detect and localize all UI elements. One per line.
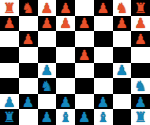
piece-blue-pawn: ♟ [97, 95, 110, 109]
square-b2[interactable]: ♟ [19, 94, 38, 110]
square-f4[interactable] [94, 63, 113, 79]
square-e2[interactable] [75, 94, 94, 110]
square-h8[interactable]: ♜ [131, 0, 150, 16]
square-e8[interactable] [75, 0, 94, 16]
square-a2[interactable]: ♟ [0, 94, 19, 110]
piece-blue-pawn: ♟ [134, 95, 147, 109]
square-b7[interactable] [19, 16, 38, 32]
piece-orange-pawn: ♟ [59, 16, 72, 30]
square-a5[interactable] [0, 47, 19, 63]
square-d3[interactable] [56, 78, 75, 94]
piece-orange-pawn: ♟ [116, 16, 129, 30]
piece-orange-pawn: ♟ [3, 16, 16, 30]
square-c6[interactable] [38, 31, 57, 47]
piece-blue-pawn: ♟ [59, 95, 72, 109]
piece-orange-pawn: ♟ [134, 16, 147, 30]
square-g1[interactable] [113, 109, 132, 125]
piece-blue-pawn: ♟ [3, 95, 16, 109]
square-c5[interactable] [38, 47, 57, 63]
square-c3[interactable]: ♞ [38, 78, 57, 94]
square-d1[interactable]: ♝ [56, 109, 75, 125]
piece-blue-rook: ♜ [134, 110, 147, 124]
square-g8[interactable]: ♞ [113, 0, 132, 16]
piece-orange-pawn: ♟ [41, 1, 54, 15]
piece-blue-pawn: ♟ [22, 95, 35, 109]
square-h4[interactable] [131, 63, 150, 79]
square-d2[interactable]: ♟ [56, 94, 75, 110]
square-c4[interactable]: ♟ [38, 63, 57, 79]
square-h2[interactable]: ♟ [131, 94, 150, 110]
square-a6[interactable] [0, 31, 19, 47]
square-f8[interactable]: ♟ [94, 0, 113, 16]
square-b1[interactable] [19, 109, 38, 125]
square-e4[interactable] [75, 63, 94, 79]
piece-orange-knight: ♞ [22, 1, 35, 15]
square-e3[interactable] [75, 78, 94, 94]
square-f3[interactable] [94, 78, 113, 94]
square-a1[interactable]: ♜ [0, 109, 19, 125]
square-f1[interactable]: ♝ [94, 109, 113, 125]
square-g6[interactable] [113, 31, 132, 47]
square-a8[interactable]: ♜ [0, 0, 19, 16]
square-f7[interactable] [94, 16, 113, 32]
piece-blue-knight: ♞ [134, 79, 147, 93]
square-f6[interactable] [94, 31, 113, 47]
piece-blue-bishop: ♝ [59, 110, 72, 124]
square-b3[interactable] [19, 78, 38, 94]
square-e1[interactable]: ♟ [75, 109, 94, 125]
square-f2[interactable]: ♟ [94, 94, 113, 110]
square-b4[interactable] [19, 63, 38, 79]
square-f5[interactable] [94, 47, 113, 63]
piece-orange-knight: ♞ [116, 1, 129, 15]
piece-orange-pawn: ♟ [59, 1, 72, 15]
piece-orange-pawn: ♟ [78, 16, 91, 30]
square-a7[interactable]: ♟ [0, 16, 19, 32]
piece-blue-rook: ♜ [3, 110, 16, 124]
square-d6[interactable] [56, 31, 75, 47]
square-a4[interactable] [0, 63, 19, 79]
square-d4[interactable] [56, 63, 75, 79]
square-d8[interactable]: ♟ [56, 0, 75, 16]
square-b5[interactable] [19, 47, 38, 63]
piece-orange-rook: ♜ [3, 1, 16, 15]
chess-board: ♜♞♟♟♟♞♜♟♟♟♟♟♟♟♟♟♟♟♞♞♟♟♟♟♟♜♟♝♟♝♜ [0, 0, 150, 125]
square-e5[interactable]: ♟ [75, 47, 94, 63]
square-c7[interactable]: ♟ [38, 16, 57, 32]
square-a3[interactable] [0, 78, 19, 94]
piece-blue-bishop: ♝ [97, 110, 110, 124]
square-e6[interactable] [75, 31, 94, 47]
piece-blue-pawn: ♟ [78, 110, 91, 124]
piece-blue-pawn: ♟ [116, 63, 129, 77]
square-e7[interactable]: ♟ [75, 16, 94, 32]
square-b8[interactable]: ♞ [19, 0, 38, 16]
square-c2[interactable] [38, 94, 57, 110]
square-c1[interactable]: ♟ [38, 109, 57, 125]
square-h3[interactable]: ♞ [131, 78, 150, 94]
square-h5[interactable] [131, 47, 150, 63]
piece-orange-pawn: ♟ [78, 48, 91, 62]
square-g7[interactable]: ♟ [113, 16, 132, 32]
square-g2[interactable] [113, 94, 132, 110]
square-g4[interactable]: ♟ [113, 63, 132, 79]
piece-orange-pawn: ♟ [41, 16, 54, 30]
piece-blue-pawn: ♟ [41, 63, 54, 77]
piece-orange-rook: ♜ [134, 1, 147, 15]
square-h1[interactable]: ♜ [131, 109, 150, 125]
square-d5[interactable] [56, 47, 75, 63]
square-c8[interactable]: ♟ [38, 0, 57, 16]
piece-orange-pawn: ♟ [134, 32, 147, 46]
square-h6[interactable]: ♟ [131, 31, 150, 47]
piece-orange-pawn: ♟ [97, 1, 110, 15]
square-h7[interactable]: ♟ [131, 16, 150, 32]
piece-orange-pawn: ♟ [22, 32, 35, 46]
square-g3[interactable] [113, 78, 132, 94]
square-d7[interactable]: ♟ [56, 16, 75, 32]
square-b6[interactable]: ♟ [19, 31, 38, 47]
piece-blue-knight: ♞ [41, 79, 54, 93]
piece-blue-pawn: ♟ [41, 110, 54, 124]
square-g5[interactable] [113, 47, 132, 63]
